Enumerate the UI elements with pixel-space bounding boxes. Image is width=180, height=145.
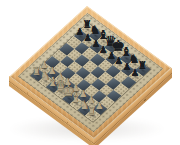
chess-set-photo: ♜♞♝♛♚♝♞♜♟♟♟♟♟♟♟♟♟♟♟♟♟♟♟♟♜♞♝♛♚♝♞♜: [0, 0, 180, 145]
white-rook[interactable]: ♜: [82, 106, 100, 116]
black-pawn[interactable]: ♟: [125, 67, 143, 76]
